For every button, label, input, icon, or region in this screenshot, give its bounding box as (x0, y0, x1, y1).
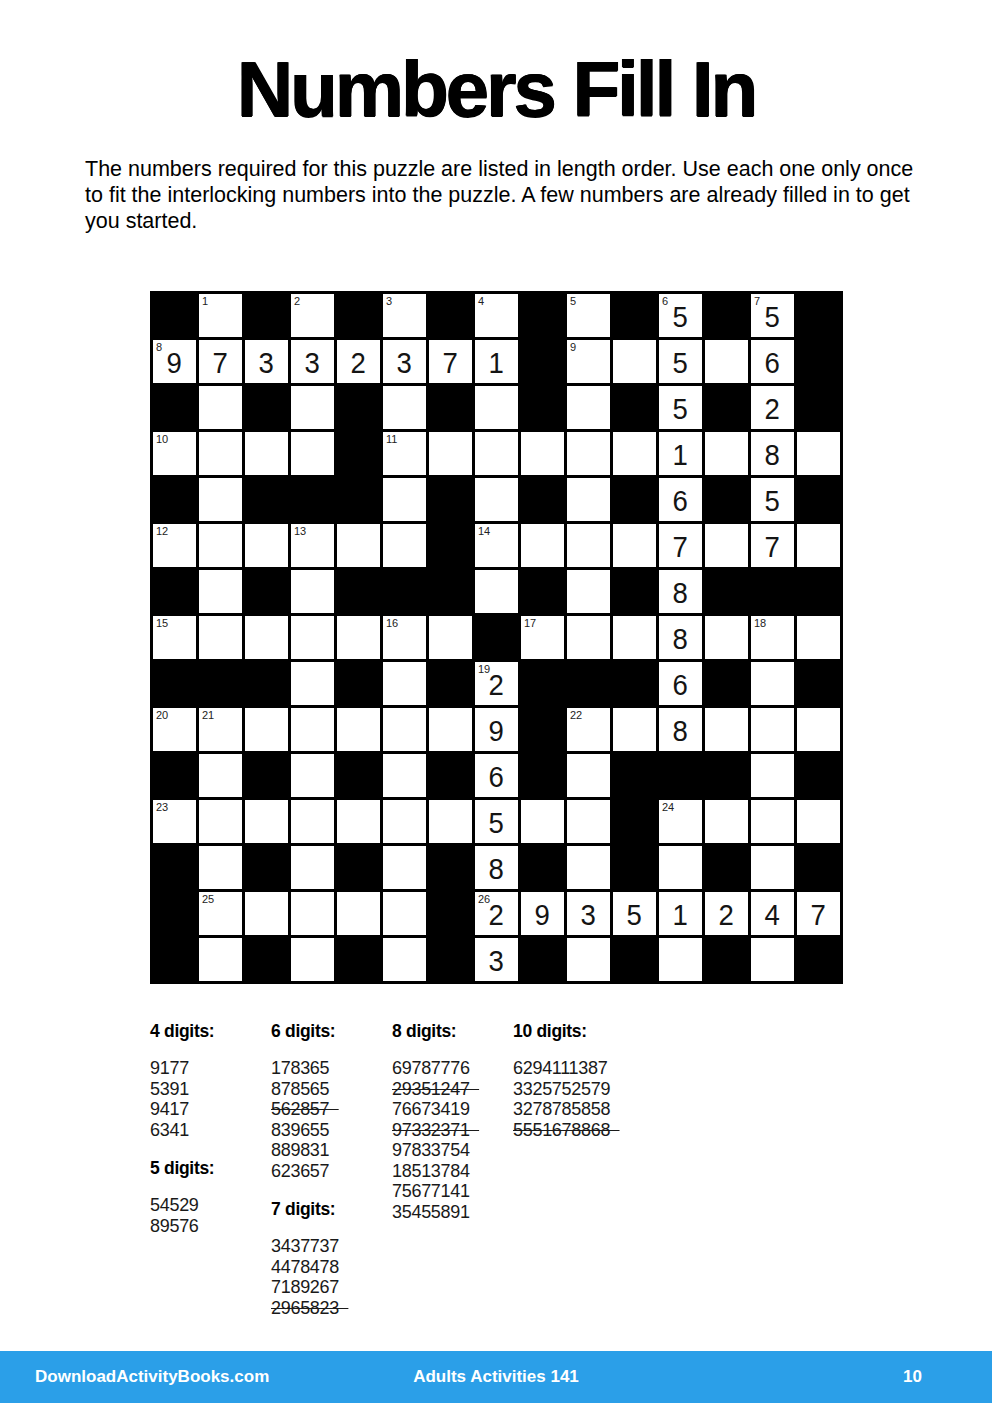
cell-r13c6 (429, 892, 472, 935)
clue-number: 6 (662, 295, 668, 307)
prefilled-digit: 2 (489, 899, 504, 932)
clue-number: 13 (294, 525, 306, 537)
cell-r5c8[interactable] (521, 524, 564, 567)
cell-r10c10 (613, 754, 656, 797)
cell-r7c12[interactable] (705, 616, 748, 659)
cell-r7c5[interactable]: 16 (383, 616, 426, 659)
prefilled-digit: 8 (673, 577, 688, 610)
cell-r5c2[interactable] (245, 524, 288, 567)
number-item[interactable]: 6341 (150, 1120, 271, 1141)
number-item[interactable]: 18513784 (392, 1161, 513, 1182)
cell-r4c13[interactable]: 5 (751, 478, 794, 521)
prefilled-digit: 6 (489, 761, 504, 794)
cell-r0c2 (245, 294, 288, 337)
cell-r7c0[interactable]: 15 (153, 616, 196, 659)
cell-r4c6 (429, 478, 472, 521)
prefilled-digit: 2 (489, 669, 504, 702)
cell-r1c10[interactable] (613, 340, 656, 383)
cell-r1c9[interactable]: 9 (567, 340, 610, 383)
cell-r7c11[interactable]: 8 (659, 616, 702, 659)
cell-r12c10 (613, 846, 656, 889)
cell-r14c10 (613, 938, 656, 981)
cell-r2c0 (153, 386, 196, 429)
prefilled-digit: 9 (535, 899, 550, 932)
cell-r9c4[interactable] (337, 708, 380, 751)
cell-r3c2[interactable] (245, 432, 288, 475)
cell-r11c2[interactable] (245, 800, 288, 843)
footer-bar: DownloadActivityBooks.com Adults Activit… (0, 1351, 992, 1403)
number-item[interactable]: 5551678868 (513, 1120, 620, 1141)
clue-number: 16 (386, 617, 398, 629)
cell-r12c2 (245, 846, 288, 889)
cell-r10c5[interactable] (383, 754, 426, 797)
cell-r6c9[interactable] (567, 570, 610, 613)
cell-r5c14[interactable] (797, 524, 840, 567)
cell-r9c7[interactable]: 9 (475, 708, 518, 751)
prefilled-digit: 3 (581, 899, 596, 932)
prefilled-digit: 8 (673, 715, 688, 748)
cell-r12c5[interactable] (383, 846, 426, 889)
cell-r4c9[interactable] (567, 478, 610, 521)
cell-r1c3[interactable]: 3 (291, 340, 334, 383)
cell-r4c11[interactable]: 6 (659, 478, 702, 521)
cell-r11c9[interactable] (567, 800, 610, 843)
cell-r2c3[interactable] (291, 386, 334, 429)
cell-r5c0[interactable]: 12 (153, 524, 196, 567)
clue-number: 2 (294, 295, 300, 307)
cell-r2c1[interactable] (199, 386, 242, 429)
list-column-2: 6 digits:178365878565562857 839655889831… (271, 1021, 392, 1318)
cell-r9c0[interactable]: 20 (153, 708, 196, 751)
cell-r3c4 (337, 432, 380, 475)
cell-r6c11[interactable]: 8 (659, 570, 702, 613)
prefilled-digit: 7 (811, 899, 826, 932)
cell-r0c1[interactable]: 1 (199, 294, 242, 337)
list-group: 4 digits:9177539194176341 (150, 1021, 271, 1140)
prefilled-digit: 7 (673, 531, 688, 564)
number-lists: 4 digits:91775391941763415 digits:545298… (150, 1021, 992, 1318)
clue-number: 5 (570, 295, 576, 307)
prefilled-digit: 9 (167, 347, 182, 380)
cell-r1c1[interactable]: 7 (199, 340, 242, 383)
cell-r0c14 (797, 294, 840, 337)
number-item[interactable]: 2965823 (271, 1298, 392, 1319)
cell-r5c11[interactable]: 7 (659, 524, 702, 567)
cell-r3c8[interactable] (521, 432, 564, 475)
cell-r3c12[interactable] (705, 432, 748, 475)
cell-r13c7[interactable]: 262 (475, 892, 518, 935)
cell-r11c10 (613, 800, 656, 843)
cell-r1c11[interactable]: 5 (659, 340, 702, 383)
cell-r4c10 (613, 478, 656, 521)
cell-r3c7[interactable] (475, 432, 518, 475)
cell-r13c10[interactable]: 5 (613, 892, 656, 935)
cell-r9c9[interactable]: 22 (567, 708, 610, 751)
number-item[interactable]: 3325752579 (513, 1079, 620, 1100)
cell-r7c13[interactable]: 18 (751, 616, 794, 659)
cell-r13c3[interactable] (291, 892, 334, 935)
cell-r4c1[interactable] (199, 478, 242, 521)
number-item[interactable]: 889831 (271, 1140, 392, 1161)
number-item[interactable]: 5391 (150, 1079, 271, 1100)
clue-number: 22 (570, 709, 582, 721)
cell-r1c2[interactable]: 3 (245, 340, 288, 383)
instructions-text: The numbers required for this puzzle are… (85, 156, 914, 234)
cell-r11c13[interactable] (751, 800, 794, 843)
prefilled-digit: 3 (259, 347, 274, 380)
cell-r12c13[interactable] (751, 846, 794, 889)
cell-r8c11[interactable]: 6 (659, 662, 702, 705)
clue-number: 12 (156, 525, 168, 537)
cell-r8c10 (613, 662, 656, 705)
cell-r9c6[interactable] (429, 708, 472, 751)
cell-r2c5[interactable] (383, 386, 426, 429)
cell-r12c11[interactable] (659, 846, 702, 889)
cell-r6c1[interactable] (199, 570, 242, 613)
cell-r8c0 (153, 662, 196, 705)
cell-r14c0 (153, 938, 196, 981)
clue-number: 17 (524, 617, 536, 629)
list-group: 5 digits:5452989576 (150, 1158, 271, 1236)
prefilled-digit: 1 (489, 347, 504, 380)
cell-r14c11[interactable] (659, 938, 702, 981)
cell-r13c8[interactable]: 9 (521, 892, 564, 935)
prefilled-digit: 8 (673, 623, 688, 656)
clue-number: 11 (386, 433, 397, 445)
cell-r5c12[interactable] (705, 524, 748, 567)
number-item[interactable]: 7189267 (271, 1277, 392, 1298)
cell-r0c3[interactable]: 2 (291, 294, 334, 337)
cell-r12c7[interactable]: 8 (475, 846, 518, 889)
cell-r14c7[interactable]: 3 (475, 938, 518, 981)
cell-r12c12 (705, 846, 748, 889)
clue-number: 23 (156, 801, 168, 813)
clue-number: 7 (754, 295, 760, 307)
cell-r13c0 (153, 892, 196, 935)
cell-r9c12[interactable] (705, 708, 748, 751)
number-item[interactable]: 89576 (150, 1216, 271, 1237)
cell-r1c8 (521, 340, 564, 383)
cell-r7c4[interactable] (337, 616, 380, 659)
cell-r9c1[interactable]: 21 (199, 708, 242, 751)
cell-r5c3[interactable]: 13 (291, 524, 334, 567)
cell-r6c0 (153, 570, 196, 613)
cell-r13c12[interactable]: 2 (705, 892, 748, 935)
cell-r6c12 (705, 570, 748, 613)
cell-r14c14 (797, 938, 840, 981)
list-group-heading: 7 digits: (271, 1199, 392, 1220)
list-group-heading: 8 digits: (392, 1021, 513, 1042)
cell-r3c9[interactable] (567, 432, 610, 475)
cell-r1c6[interactable]: 7 (429, 340, 472, 383)
number-item[interactable]: 9177 (150, 1058, 271, 1079)
cell-r4c4 (337, 478, 380, 521)
clue-number: 14 (478, 525, 490, 537)
number-item[interactable]: 3437737 (271, 1236, 392, 1257)
cell-r11c0[interactable]: 23 (153, 800, 196, 843)
cell-r13c14[interactable]: 7 (797, 892, 840, 935)
cell-r0c5[interactable]: 3 (383, 294, 426, 337)
clue-number: 15 (156, 617, 168, 629)
cell-r9c10[interactable] (613, 708, 656, 751)
cell-r0c6 (429, 294, 472, 337)
cell-r10c1[interactable] (199, 754, 242, 797)
cell-r9c8 (521, 708, 564, 751)
cell-r5c13[interactable]: 7 (751, 524, 794, 567)
cell-r9c11[interactable]: 8 (659, 708, 702, 751)
number-item[interactable]: 178365 (271, 1058, 392, 1079)
cell-r2c2 (245, 386, 288, 429)
cell-r10c3[interactable] (291, 754, 334, 797)
cell-r13c13[interactable]: 4 (751, 892, 794, 935)
number-item[interactable]: 69787776 (392, 1058, 513, 1079)
cell-r10c12 (705, 754, 748, 797)
cell-r8c3[interactable] (291, 662, 334, 705)
cell-r5c10[interactable] (613, 524, 656, 567)
number-item[interactable]: 97332371 (392, 1120, 513, 1141)
number-item[interactable]: 29351247 (392, 1079, 513, 1100)
cell-r6c8 (521, 570, 564, 613)
cell-r13c1[interactable]: 25 (199, 892, 242, 935)
cell-r11c14[interactable] (797, 800, 840, 843)
list-group-heading: 6 digits: (271, 1021, 392, 1042)
cell-r3c13[interactable]: 8 (751, 432, 794, 475)
cell-r12c1[interactable] (199, 846, 242, 889)
cell-r7c2[interactable] (245, 616, 288, 659)
prefilled-digit: 2 (719, 899, 734, 932)
cell-r12c6 (429, 846, 472, 889)
cell-r8c9 (567, 662, 610, 705)
number-item[interactable]: 9417 (150, 1099, 271, 1120)
clue-number: 25 (202, 893, 214, 905)
cell-r10c6 (429, 754, 472, 797)
cell-r0c12 (705, 294, 748, 337)
cell-r11c12[interactable] (705, 800, 748, 843)
cell-r14c3[interactable] (291, 938, 334, 981)
cell-r3c6[interactable] (429, 432, 472, 475)
number-item[interactable]: 562857 (271, 1099, 392, 1120)
cell-r13c4[interactable] (337, 892, 380, 935)
number-item[interactable]: 97833754 (392, 1140, 513, 1161)
cell-r8c4 (337, 662, 380, 705)
cell-r14c8 (521, 938, 564, 981)
cell-r0c13[interactable]: 75 (751, 294, 794, 337)
cell-r2c12 (705, 386, 748, 429)
clue-number: 9 (570, 341, 576, 353)
list-group-heading: 10 digits: (513, 1021, 620, 1042)
cell-r1c4[interactable]: 2 (337, 340, 380, 383)
cell-r9c5[interactable] (383, 708, 426, 751)
cell-r5c9[interactable] (567, 524, 610, 567)
list-group: 10 digits:629411138733257525793278785858… (513, 1021, 620, 1140)
cell-r11c1[interactable] (199, 800, 242, 843)
cell-r5c6 (429, 524, 472, 567)
cell-r9c13[interactable] (751, 708, 794, 751)
cell-r10c0 (153, 754, 196, 797)
cell-r1c5[interactable]: 3 (383, 340, 426, 383)
cell-r0c7[interactable]: 4 (475, 294, 518, 337)
cell-r13c11[interactable]: 1 (659, 892, 702, 935)
cell-r0c0 (153, 294, 196, 337)
cell-r3c1[interactable] (199, 432, 242, 475)
cell-r14c5[interactable] (383, 938, 426, 981)
cell-r3c10[interactable] (613, 432, 656, 475)
cell-r3c0[interactable]: 10 (153, 432, 196, 475)
cell-r5c4[interactable] (337, 524, 380, 567)
cell-r8c12 (705, 662, 748, 705)
cell-r3c5[interactable]: 11 (383, 432, 426, 475)
cell-r11c4[interactable] (337, 800, 380, 843)
cell-r11c11[interactable]: 24 (659, 800, 702, 843)
prefilled-digit: 5 (765, 485, 780, 518)
number-item[interactable]: 4478478 (271, 1257, 392, 1278)
clue-number: 20 (156, 709, 168, 721)
cell-r8c7[interactable]: 192 (475, 662, 518, 705)
cell-r9c2[interactable] (245, 708, 288, 751)
cell-r5c5[interactable] (383, 524, 426, 567)
cell-r12c14 (797, 846, 840, 889)
cell-r14c12 (705, 938, 748, 981)
cell-r4c5[interactable] (383, 478, 426, 521)
cell-r11c6[interactable] (429, 800, 472, 843)
cell-r8c14 (797, 662, 840, 705)
cell-r14c1[interactable] (199, 938, 242, 981)
cell-r13c5[interactable] (383, 892, 426, 935)
cell-r1c7[interactable]: 1 (475, 340, 518, 383)
prefilled-digit: 4 (765, 899, 780, 932)
cell-r6c7[interactable] (475, 570, 518, 613)
cell-r3c11[interactable]: 1 (659, 432, 702, 475)
prefilled-digit: 2 (351, 347, 366, 380)
prefilled-digit: 3 (397, 347, 412, 380)
cell-r4c7[interactable] (475, 478, 518, 521)
cell-r6c10 (613, 570, 656, 613)
prefilled-digit: 3 (489, 945, 504, 978)
number-item[interactable]: 878565 (271, 1079, 392, 1100)
cell-r12c3[interactable] (291, 846, 334, 889)
prefilled-digit: 7 (213, 347, 228, 380)
cell-r14c13[interactable] (751, 938, 794, 981)
cell-r14c4 (337, 938, 380, 981)
cell-r0c4 (337, 294, 380, 337)
prefilled-digit: 7 (443, 347, 458, 380)
cell-r10c11 (659, 754, 702, 797)
clue-number: 1 (202, 295, 208, 307)
cell-r7c6[interactable] (429, 616, 472, 659)
list-column-4: 10 digits:629411138733257525793278785858… (513, 1021, 620, 1318)
cell-r8c1 (199, 662, 242, 705)
number-item[interactable]: 3278785858 (513, 1099, 620, 1120)
cell-r7c14[interactable] (797, 616, 840, 659)
cell-r8c2 (245, 662, 288, 705)
footer-site-link[interactable]: DownloadActivityBooks.com (35, 1367, 269, 1387)
cell-r1c13[interactable]: 6 (751, 340, 794, 383)
list-group: 7 digits:3437737447847871892672965823 (271, 1199, 392, 1318)
number-item[interactable]: 35455891 (392, 1202, 513, 1223)
cell-r0c9[interactable]: 5 (567, 294, 610, 337)
cell-r6c3[interactable] (291, 570, 334, 613)
number-item[interactable]: 839655 (271, 1120, 392, 1141)
cell-r2c7[interactable] (475, 386, 518, 429)
cell-r3c14[interactable] (797, 432, 840, 475)
number-item[interactable]: 76673419 (392, 1099, 513, 1120)
cell-r7c10[interactable] (613, 616, 656, 659)
cell-r5c7[interactable]: 14 (475, 524, 518, 567)
cell-r11c5[interactable] (383, 800, 426, 843)
clue-number: 4 (478, 295, 484, 307)
number-item[interactable]: 6294111387 (513, 1058, 620, 1079)
cell-r2c6 (429, 386, 472, 429)
cell-r3c3[interactable] (291, 432, 334, 475)
prefilled-digit: 8 (765, 439, 780, 472)
cell-r1c0[interactable]: 89 (153, 340, 196, 383)
list-group: 6 digits:178365878565562857 839655889831… (271, 1021, 392, 1181)
cell-r2c9[interactable] (567, 386, 610, 429)
cell-r9c14[interactable] (797, 708, 840, 751)
cell-r13c2[interactable] (245, 892, 288, 935)
prefilled-digit: 3 (305, 347, 320, 380)
cell-r4c8 (521, 478, 564, 521)
list-group: 8 digits:6978777629351247 76673419973323… (392, 1021, 513, 1222)
prefilled-digit: 5 (489, 807, 504, 840)
cell-r6c14 (797, 570, 840, 613)
cell-r10c8 (521, 754, 564, 797)
footer-book-title: Adults Activities 141 (413, 1367, 579, 1387)
prefilled-digit: 6 (765, 347, 780, 380)
cell-r11c3[interactable] (291, 800, 334, 843)
cell-r10c7[interactable]: 6 (475, 754, 518, 797)
cell-r9c3[interactable] (291, 708, 334, 751)
cell-r2c13[interactable]: 2 (751, 386, 794, 429)
cell-r8c5[interactable] (383, 662, 426, 705)
cell-r6c6 (429, 570, 472, 613)
clue-number: 24 (662, 801, 674, 813)
cell-r2c11[interactable]: 5 (659, 386, 702, 429)
number-item[interactable]: 623657 (271, 1161, 392, 1182)
cell-r4c2 (245, 478, 288, 521)
cell-r11c7[interactable]: 5 (475, 800, 518, 843)
cell-r14c6 (429, 938, 472, 981)
cell-r8c6 (429, 662, 472, 705)
cell-r1c12[interactable] (705, 340, 748, 383)
cell-r8c13[interactable] (751, 662, 794, 705)
prefilled-digit: 5 (673, 393, 688, 426)
prefilled-digit: 5 (765, 301, 780, 334)
cell-r4c3 (291, 478, 334, 521)
cell-r0c8 (521, 294, 564, 337)
list-column-3: 8 digits:6978777629351247 76673419973323… (392, 1021, 513, 1318)
prefilled-digit: 1 (673, 439, 688, 472)
board: 1234565758973323719565210111865121314778… (150, 291, 843, 984)
cell-r7c3[interactable] (291, 616, 334, 659)
number-item[interactable]: 75677141 (392, 1181, 513, 1202)
cell-r7c1[interactable] (199, 616, 242, 659)
cell-r12c9[interactable] (567, 846, 610, 889)
cell-r10c9[interactable] (567, 754, 610, 797)
number-item[interactable]: 54529 (150, 1195, 271, 1216)
prefilled-digit: 9 (489, 715, 504, 748)
cell-r13c9[interactable]: 3 (567, 892, 610, 935)
cell-r14c9[interactable] (567, 938, 610, 981)
cell-r0c11[interactable]: 65 (659, 294, 702, 337)
cell-r2c8 (521, 386, 564, 429)
cell-r11c8[interactable] (521, 800, 564, 843)
cell-r7c9[interactable] (567, 616, 610, 659)
cell-r5c1[interactable] (199, 524, 242, 567)
cell-r10c14 (797, 754, 840, 797)
cell-r7c8[interactable]: 17 (521, 616, 564, 659)
cell-r10c13[interactable] (751, 754, 794, 797)
